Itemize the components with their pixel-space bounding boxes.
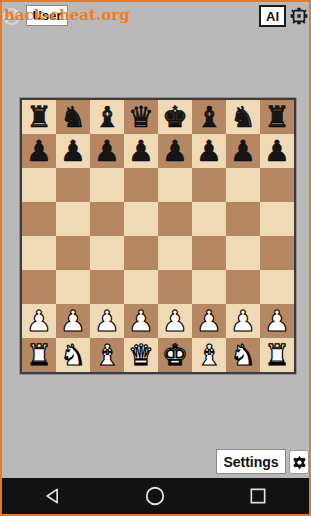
- piece-black-pawn: ♟: [162, 134, 188, 168]
- square-d8[interactable]: ♛: [124, 100, 158, 134]
- square-a5[interactable]: [22, 202, 56, 236]
- ai-button-label: AI: [266, 9, 279, 24]
- piece-white-king: ♚: [162, 338, 188, 372]
- square-g2[interactable]: ♟: [226, 304, 260, 338]
- square-g4[interactable]: [226, 236, 260, 270]
- square-d4[interactable]: [124, 236, 158, 270]
- nav-home-button[interactable]: [125, 484, 185, 508]
- square-g7[interactable]: ♟: [226, 134, 260, 168]
- square-b4[interactable]: [56, 236, 90, 270]
- square-f5[interactable]: [192, 202, 226, 236]
- square-c4[interactable]: [90, 236, 124, 270]
- square-f4[interactable]: [192, 236, 226, 270]
- piece-white-pawn: ♟: [162, 304, 188, 338]
- piece-white-rook: ♜: [26, 338, 52, 372]
- settings-button[interactable]: Settings: [216, 449, 286, 474]
- square-c2[interactable]: ♟: [90, 304, 124, 338]
- piece-white-pawn: ♟: [230, 304, 256, 338]
- piece-black-king: ♚: [162, 100, 188, 134]
- square-a7[interactable]: ♟: [22, 134, 56, 168]
- square-e8[interactable]: ♚: [158, 100, 192, 134]
- piece-white-bishop: ♝: [196, 338, 222, 372]
- settings-button-label: Settings: [223, 454, 278, 470]
- square-e3[interactable]: [158, 270, 192, 304]
- home-circle-icon: [144, 485, 166, 507]
- square-b1[interactable]: ♞: [56, 338, 90, 372]
- android-nav-bar: [2, 478, 309, 514]
- nav-back-button[interactable]: [23, 484, 83, 508]
- piece-white-queen: ♛: [128, 338, 154, 372]
- square-b3[interactable]: [56, 270, 90, 304]
- square-h6[interactable]: [260, 168, 294, 202]
- square-b5[interactable]: [56, 202, 90, 236]
- square-g8[interactable]: ♞: [226, 100, 260, 134]
- square-f6[interactable]: [192, 168, 226, 202]
- user-button-label: User: [33, 8, 62, 23]
- square-a4[interactable]: [22, 236, 56, 270]
- piece-black-knight: ♞: [230, 100, 256, 134]
- square-a2[interactable]: ♟: [22, 304, 56, 338]
- square-d3[interactable]: [124, 270, 158, 304]
- chess-board: ♜♞♝♛♚♝♞♜♟♟♟♟♟♟♟♟♟♟♟♟♟♟♟♟♜♞♝♛♚♝♞♜: [20, 98, 296, 374]
- square-e1[interactable]: ♚: [158, 338, 192, 372]
- square-e7[interactable]: ♟: [158, 134, 192, 168]
- square-g1[interactable]: ♞: [226, 338, 260, 372]
- square-f7[interactable]: ♟: [192, 134, 226, 168]
- piece-black-pawn: ♟: [94, 134, 120, 168]
- filled-gear-icon: [292, 455, 307, 470]
- piece-black-pawn: ♟: [60, 134, 86, 168]
- square-e2[interactable]: ♟: [158, 304, 192, 338]
- square-g5[interactable]: [226, 202, 260, 236]
- piece-white-pawn: ♟: [264, 304, 290, 338]
- back-triangle-icon: [43, 486, 63, 506]
- square-c5[interactable]: [90, 202, 124, 236]
- watermark-logo-icon: [3, 8, 20, 25]
- square-b7[interactable]: ♟: [56, 134, 90, 168]
- ai-button[interactable]: AI: [259, 5, 286, 27]
- piece-black-bishop: ♝: [196, 100, 222, 134]
- piece-white-knight: ♞: [230, 338, 256, 372]
- square-h3[interactable]: [260, 270, 294, 304]
- piece-black-knight: ♞: [60, 100, 86, 134]
- square-f1[interactable]: ♝: [192, 338, 226, 372]
- piece-white-pawn: ♟: [94, 304, 120, 338]
- chip-gear-icon: [289, 6, 309, 26]
- app-screen: hack-cheat.org User AI ♜♞♝♛♚♝♞♜♟♟♟♟♟♟♟♟♟…: [0, 0, 311, 516]
- square-b2[interactable]: ♟: [56, 304, 90, 338]
- nav-recents-button[interactable]: [228, 484, 288, 508]
- piece-black-queen: ♛: [128, 100, 154, 134]
- piece-white-pawn: ♟: [26, 304, 52, 338]
- piece-black-bishop: ♝: [94, 100, 120, 134]
- square-a8[interactable]: ♜: [22, 100, 56, 134]
- piece-black-pawn: ♟: [128, 134, 154, 168]
- square-a3[interactable]: [22, 270, 56, 304]
- piece-black-pawn: ♟: [264, 134, 290, 168]
- square-b6[interactable]: [56, 168, 90, 202]
- square-b8[interactable]: ♞: [56, 100, 90, 134]
- square-d2[interactable]: ♟: [124, 304, 158, 338]
- square-h8[interactable]: ♜: [260, 100, 294, 134]
- square-f3[interactable]: [192, 270, 226, 304]
- square-c1[interactable]: ♝: [90, 338, 124, 372]
- square-g6[interactable]: [226, 168, 260, 202]
- piece-black-pawn: ♟: [26, 134, 52, 168]
- square-d5[interactable]: [124, 202, 158, 236]
- square-c3[interactable]: [90, 270, 124, 304]
- square-c8[interactable]: ♝: [90, 100, 124, 134]
- square-h2[interactable]: ♟: [260, 304, 294, 338]
- settings-gear-button-bottom[interactable]: [289, 450, 309, 474]
- square-h4[interactable]: [260, 236, 294, 270]
- piece-black-rook: ♜: [264, 100, 290, 134]
- square-a6[interactable]: [22, 168, 56, 202]
- piece-white-bishop: ♝: [94, 338, 120, 372]
- piece-white-pawn: ♟: [128, 304, 154, 338]
- square-f8[interactable]: ♝: [192, 100, 226, 134]
- square-e4[interactable]: [158, 236, 192, 270]
- square-c6[interactable]: [90, 168, 124, 202]
- piece-black-pawn: ♟: [196, 134, 222, 168]
- square-d6[interactable]: [124, 168, 158, 202]
- square-c7[interactable]: ♟: [90, 134, 124, 168]
- piece-black-rook: ♜: [26, 100, 52, 134]
- piece-white-pawn: ♟: [196, 304, 222, 338]
- square-f2[interactable]: ♟: [192, 304, 226, 338]
- piece-white-rook: ♜: [264, 338, 290, 372]
- piece-white-pawn: ♟: [60, 304, 86, 338]
- square-e5[interactable]: [158, 202, 192, 236]
- user-button[interactable]: User: [26, 5, 68, 26]
- recents-square-icon: [248, 486, 268, 506]
- square-h1[interactable]: ♜: [260, 338, 294, 372]
- square-d1[interactable]: ♛: [124, 338, 158, 372]
- square-h5[interactable]: [260, 202, 294, 236]
- square-h7[interactable]: ♟: [260, 134, 294, 168]
- square-g3[interactable]: [226, 270, 260, 304]
- piece-white-knight: ♞: [60, 338, 86, 372]
- piece-black-pawn: ♟: [230, 134, 256, 168]
- settings-gear-button-top[interactable]: [288, 5, 309, 27]
- square-d7[interactable]: ♟: [124, 134, 158, 168]
- square-e6[interactable]: [158, 168, 192, 202]
- square-a1[interactable]: ♜: [22, 338, 56, 372]
